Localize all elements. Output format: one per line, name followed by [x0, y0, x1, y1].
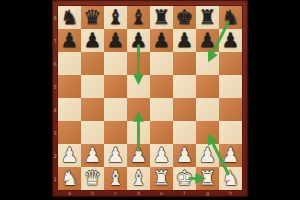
square-f5[interactable] [173, 75, 196, 98]
black-knight[interactable]: ♞ [219, 6, 242, 29]
square-f3[interactable] [173, 121, 196, 144]
square-g4[interactable] [196, 98, 219, 121]
square-d5[interactable] [127, 75, 150, 98]
square-c6[interactable] [104, 52, 127, 75]
square-a3[interactable] [58, 121, 81, 144]
white-queen[interactable]: ♛ [81, 167, 104, 190]
black-knight[interactable]: ♞ [58, 6, 81, 29]
black-queen[interactable]: ♛ [81, 6, 104, 29]
file-label-f: f [173, 190, 196, 197]
black-pawn[interactable]: ♟ [81, 29, 104, 52]
white-knight[interactable]: ♞ [58, 167, 81, 190]
square-a4[interactable] [58, 98, 81, 121]
square-e1[interactable]: ♜ [150, 167, 173, 190]
square-g7[interactable]: ♟ [196, 29, 219, 52]
square-f1[interactable]: ♚ [173, 167, 196, 190]
board-frame: 87654321 ♞♛♝♝♜♚♜♞♟♟♟♟♟♟♟♟♟♟♟♟♟♟♟♟♞♛♝♝♜♚♜… [52, 0, 248, 197]
square-c7[interactable]: ♟ [104, 29, 127, 52]
square-d4[interactable] [127, 98, 150, 121]
white-king[interactable]: ♚ [173, 167, 196, 190]
file-label-b: b [81, 190, 104, 197]
square-d3[interactable] [127, 121, 150, 144]
square-e7[interactable]: ♟ [150, 29, 173, 52]
square-c5[interactable] [104, 75, 127, 98]
square-f8[interactable]: ♚ [173, 6, 196, 29]
chess-board[interactable]: ♞♛♝♝♜♚♜♞♟♟♟♟♟♟♟♟♟♟♟♟♟♟♟♟♞♛♝♝♜♚♜♞ [58, 6, 242, 190]
file-label-h: h [219, 190, 242, 197]
file-label-g: g [196, 190, 219, 197]
square-c4[interactable] [104, 98, 127, 121]
square-h1[interactable]: ♞ [219, 167, 242, 190]
square-g8[interactable]: ♜ [196, 6, 219, 29]
black-pawn[interactable]: ♟ [58, 29, 81, 52]
white-bishop[interactable]: ♝ [127, 167, 150, 190]
white-pawn[interactable]: ♟ [150, 144, 173, 167]
square-e6[interactable] [150, 52, 173, 75]
square-c2[interactable]: ♟ [104, 144, 127, 167]
square-b7[interactable]: ♟ [81, 29, 104, 52]
square-b2[interactable]: ♟ [81, 144, 104, 167]
white-pawn[interactable]: ♟ [173, 144, 196, 167]
white-pawn[interactable]: ♟ [219, 144, 242, 167]
square-c3[interactable] [104, 121, 127, 144]
square-h7[interactable]: ♟ [219, 29, 242, 52]
square-a5[interactable] [58, 75, 81, 98]
square-c8[interactable]: ♝ [104, 6, 127, 29]
square-d1[interactable]: ♝ [127, 167, 150, 190]
square-e8[interactable]: ♜ [150, 6, 173, 29]
square-g3[interactable] [196, 121, 219, 144]
black-pawn[interactable]: ♟ [104, 29, 127, 52]
square-b3[interactable] [81, 121, 104, 144]
black-pawn[interactable]: ♟ [173, 29, 196, 52]
square-b1[interactable]: ♛ [81, 167, 104, 190]
square-g5[interactable] [196, 75, 219, 98]
white-pawn[interactable]: ♟ [196, 144, 219, 167]
black-bishop[interactable]: ♝ [104, 6, 127, 29]
white-pawn[interactable]: ♟ [104, 144, 127, 167]
white-pawn[interactable]: ♟ [81, 144, 104, 167]
black-pawn[interactable]: ♟ [196, 29, 219, 52]
black-rook[interactable]: ♜ [196, 6, 219, 29]
square-a7[interactable]: ♟ [58, 29, 81, 52]
square-h4[interactable] [219, 98, 242, 121]
black-pawn[interactable]: ♟ [219, 29, 242, 52]
square-h3[interactable] [219, 121, 242, 144]
square-b4[interactable] [81, 98, 104, 121]
square-f4[interactable] [173, 98, 196, 121]
square-e5[interactable] [150, 75, 173, 98]
file-label-a: a [58, 190, 81, 197]
square-b5[interactable] [81, 75, 104, 98]
square-h8[interactable]: ♞ [219, 6, 242, 29]
square-e4[interactable] [150, 98, 173, 121]
white-pawn[interactable]: ♟ [127, 144, 150, 167]
black-pawn[interactable]: ♟ [150, 29, 173, 52]
square-f6[interactable] [173, 52, 196, 75]
square-c1[interactable]: ♝ [104, 167, 127, 190]
square-a8[interactable]: ♞ [58, 6, 81, 29]
square-h2[interactable]: ♟ [219, 144, 242, 167]
square-e3[interactable] [150, 121, 173, 144]
square-d6[interactable] [127, 52, 150, 75]
white-rook[interactable]: ♜ [150, 167, 173, 190]
file-label-d: d [127, 190, 150, 197]
screenshot-stage: 87654321 ♞♛♝♝♜♚♜♞♟♟♟♟♟♟♟♟♟♟♟♟♟♟♟♟♞♛♝♝♜♚♜… [0, 0, 300, 200]
square-g1[interactable]: ♜ [196, 167, 219, 190]
white-bishop[interactable]: ♝ [104, 167, 127, 190]
white-pawn[interactable]: ♟ [58, 144, 81, 167]
square-e2[interactable]: ♟ [150, 144, 173, 167]
square-a2[interactable]: ♟ [58, 144, 81, 167]
square-h6[interactable] [219, 52, 242, 75]
square-d2[interactable]: ♟ [127, 144, 150, 167]
file-label-c: c [104, 190, 127, 197]
square-f7[interactable]: ♟ [173, 29, 196, 52]
black-king[interactable]: ♚ [173, 6, 196, 29]
white-rook[interactable]: ♜ [196, 167, 219, 190]
square-d7[interactable]: ♟ [127, 29, 150, 52]
file-label-e: e [150, 190, 173, 197]
black-bishop[interactable]: ♝ [127, 6, 150, 29]
square-g6[interactable] [196, 52, 219, 75]
square-f2[interactable]: ♟ [173, 144, 196, 167]
square-d8[interactable]: ♝ [127, 6, 150, 29]
square-a6[interactable] [58, 52, 81, 75]
square-a1[interactable]: ♞ [58, 167, 81, 190]
black-pawn[interactable]: ♟ [127, 29, 150, 52]
file-labels: abcdefgh [58, 190, 242, 197]
square-b6[interactable] [81, 52, 104, 75]
black-rook[interactable]: ♜ [150, 6, 173, 29]
square-h5[interactable] [219, 75, 242, 98]
white-knight[interactable]: ♞ [219, 167, 242, 190]
square-g2[interactable]: ♟ [196, 144, 219, 167]
square-b8[interactable]: ♛ [81, 6, 104, 29]
